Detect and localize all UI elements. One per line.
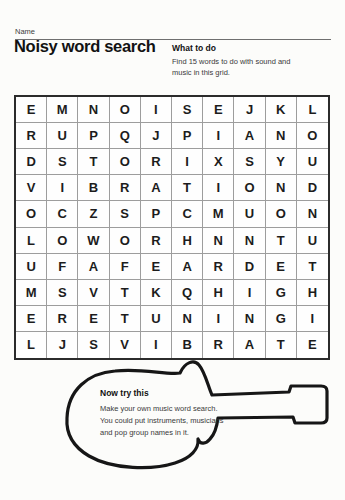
grid-cell-r3c7[interactable]: X — [203, 149, 234, 175]
grid-cell-r10c5[interactable]: I — [141, 332, 172, 358]
grid-cell-r6c3[interactable]: W — [78, 228, 109, 254]
grid-cell-r9c8[interactable]: N — [234, 306, 265, 332]
grid-cell-r7c5[interactable]: E — [141, 254, 172, 280]
grid-cell-r9c4[interactable]: T — [110, 306, 141, 332]
grid-cell-r3c6[interactable]: I — [172, 149, 203, 175]
now-try-this-text: Make your own music word search. You cou… — [100, 403, 250, 438]
grid-cell-r1c9[interactable]: K — [266, 97, 297, 123]
grid-cell-r4c6[interactable]: T — [172, 175, 203, 201]
grid-cell-r1c6[interactable]: S — [172, 97, 203, 123]
grid-cell-r2c5[interactable]: J — [141, 123, 172, 149]
grid-cell-r6c10[interactable]: U — [297, 228, 328, 254]
grid-cell-r5c9[interactable]: O — [266, 201, 297, 227]
grid-cell-r4c10[interactable]: D — [297, 175, 328, 201]
grid-cell-r5c5[interactable]: P — [141, 201, 172, 227]
grid-cell-r2c9[interactable]: N — [266, 123, 297, 149]
grid-cell-r8c9[interactable]: G — [266, 280, 297, 306]
grid-cell-r9c7[interactable]: I — [203, 306, 234, 332]
grid-cell-r9c10[interactable]: I — [297, 306, 328, 332]
name-label: Name — [15, 27, 35, 36]
grid-cell-r2c3[interactable]: P — [78, 123, 109, 149]
word-search-grid: EMNOISEJKLRUPQJPIANODSTORIXSYUVIBRATIOND… — [14, 95, 330, 360]
grid-cell-r5c4[interactable]: S — [110, 201, 141, 227]
grid-cell-r3c10[interactable]: U — [297, 149, 328, 175]
grid-cell-r5c7[interactable]: M — [203, 201, 234, 227]
grid-cell-r10c7[interactable]: R — [203, 332, 234, 358]
grid-cell-r6c1[interactable]: L — [16, 228, 47, 254]
grid-cell-r3c8[interactable]: S — [234, 149, 265, 175]
grid-cell-r2c2[interactable]: U — [47, 123, 78, 149]
grid-cell-r8c3[interactable]: V — [78, 280, 109, 306]
grid-cell-r2c4[interactable]: Q — [110, 123, 141, 149]
grid-cell-r9c6[interactable]: N — [172, 306, 203, 332]
grid-cell-r5c1[interactable]: O — [16, 201, 47, 227]
grid-cell-r9c5[interactable]: U — [141, 306, 172, 332]
grid-cell-r8c8[interactable]: I — [234, 280, 265, 306]
grid-cell-r10c10[interactable]: E — [297, 332, 328, 358]
grid-cell-r7c8[interactable]: D — [234, 254, 265, 280]
grid-cell-r6c7[interactable]: N — [203, 228, 234, 254]
grid-cell-r10c3[interactable]: S — [78, 332, 109, 358]
grid-cell-r3c4[interactable]: O — [110, 149, 141, 175]
grid-cell-r10c4[interactable]: V — [110, 332, 141, 358]
grid-cell-r3c3[interactable]: T — [78, 149, 109, 175]
grid-cell-r2c8[interactable]: A — [234, 123, 265, 149]
grid-cell-r10c1[interactable]: L — [16, 332, 47, 358]
grid-cell-r5c10[interactable]: N — [297, 201, 328, 227]
grid-cell-r5c6[interactable]: C — [172, 201, 203, 227]
grid-cell-r9c9[interactable]: G — [266, 306, 297, 332]
grid-cell-r6c6[interactable]: H — [172, 228, 203, 254]
grid-cell-r7c9[interactable]: E — [266, 254, 297, 280]
grid-cell-r6c5[interactable]: R — [141, 228, 172, 254]
grid-cell-r1c3[interactable]: N — [78, 97, 109, 123]
grid-cell-r3c5[interactable]: R — [141, 149, 172, 175]
grid-cell-r3c9[interactable]: Y — [266, 149, 297, 175]
grid-cell-r9c3[interactable]: E — [78, 306, 109, 332]
grid-cell-r7c4[interactable]: F — [110, 254, 141, 280]
grid-cell-r4c4[interactable]: R — [110, 175, 141, 201]
grid-cell-r2c1[interactable]: R — [16, 123, 47, 149]
grid-cell-r1c7[interactable]: E — [203, 97, 234, 123]
grid-cell-r4c5[interactable]: A — [141, 175, 172, 201]
grid-cell-r1c4[interactable]: O — [110, 97, 141, 123]
grid-cell-r7c3[interactable]: A — [78, 254, 109, 280]
grid-cell-r10c6[interactable]: B — [172, 332, 203, 358]
grid-cell-r8c7[interactable]: H — [203, 280, 234, 306]
grid-cell-r6c2[interactable]: O — [47, 228, 78, 254]
grid-cell-r6c9[interactable]: T — [266, 228, 297, 254]
grid-cell-r2c7[interactable]: I — [203, 123, 234, 149]
grid-cell-r10c2[interactable]: J — [47, 332, 78, 358]
grid-cell-r4c9[interactable]: N — [266, 175, 297, 201]
grid-cell-r5c2[interactable]: C — [47, 201, 78, 227]
grid-cell-r1c5[interactable]: I — [141, 97, 172, 123]
grid-cell-r2c10[interactable]: O — [297, 123, 328, 149]
grid-cell-r4c2[interactable]: I — [47, 175, 78, 201]
worksheet-page: Name Noisy word search What to do Find 1… — [0, 0, 345, 500]
grid-cell-r1c2[interactable]: M — [47, 97, 78, 123]
grid-cell-r6c8[interactable]: N — [234, 228, 265, 254]
what-to-do-instructions: Find 15 words to do with sound and music… — [172, 57, 312, 78]
grid-cell-r8c1[interactable]: M — [16, 280, 47, 306]
grid-cell-r9c1[interactable]: E — [16, 306, 47, 332]
grid-cell-r10c9[interactable]: T — [266, 332, 297, 358]
page-title: Noisy word search — [14, 37, 156, 56]
grid-cell-r7c10[interactable]: T — [297, 254, 328, 280]
grid-cell-r4c7[interactable]: I — [203, 175, 234, 201]
grid-cell-r8c2[interactable]: S — [47, 280, 78, 306]
grid-cell-r3c1[interactable]: D — [16, 149, 47, 175]
grid-cell-r1c8[interactable]: J — [234, 97, 265, 123]
grid-cell-r5c8[interactable]: U — [234, 201, 265, 227]
grid-cell-r9c2[interactable]: R — [47, 306, 78, 332]
grid-cell-r3c2[interactable]: S — [47, 149, 78, 175]
grid-cell-r1c1[interactable]: E — [16, 97, 47, 123]
grid-cell-r10c8[interactable]: A — [234, 332, 265, 358]
grid-cell-r8c5[interactable]: K — [141, 280, 172, 306]
grid-cell-r4c3[interactable]: B — [78, 175, 109, 201]
grid-cell-r1c10[interactable]: L — [297, 97, 328, 123]
grid-cell-r7c7[interactable]: R — [203, 254, 234, 280]
grid-cell-r4c8[interactable]: O — [234, 175, 265, 201]
grid-cell-r4c1[interactable]: V — [16, 175, 47, 201]
grid-cell-r8c6[interactable]: Q — [172, 280, 203, 306]
what-to-do-heading: What to do — [172, 43, 216, 53]
grid-cell-r6c4[interactable]: O — [110, 228, 141, 254]
grid-cell-r7c2[interactable]: F — [47, 254, 78, 280]
grid-cell-r5c3[interactable]: Z — [78, 201, 109, 227]
grid-cell-r8c10[interactable]: H — [297, 280, 328, 306]
grid-cell-r8c4[interactable]: T — [110, 280, 141, 306]
grid-cell-r2c6[interactable]: P — [172, 123, 203, 149]
grid-cell-r7c1[interactable]: U — [16, 254, 47, 280]
grid-cell-r7c6[interactable]: A — [172, 254, 203, 280]
now-try-this-heading: Now try this — [100, 388, 149, 398]
